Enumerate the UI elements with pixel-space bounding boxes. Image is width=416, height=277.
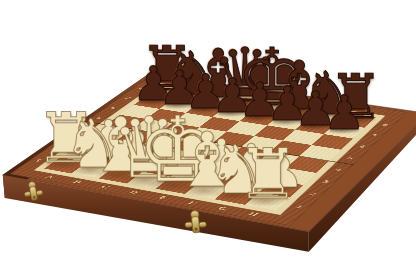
piece-dark-pawn-h7[interactable]: ♟ [323,89,365,136]
rank-label-right-6: 6 [358,144,367,149]
piece-white-rook-h1[interactable]: ♜ [237,140,299,209]
rank-label-right-3: 3 [321,179,330,184]
rank-label-right-4: 4 [334,167,343,172]
rank-label-right-5: 5 [346,155,355,160]
rank-label-right-2: 2 [308,191,318,197]
chess-set-photo: AABBCCDDEEFFGGHH1122334455667788 ♜♞♝♛♚♝♞… [0,0,416,277]
rank-label-right-7: 7 [370,133,379,138]
